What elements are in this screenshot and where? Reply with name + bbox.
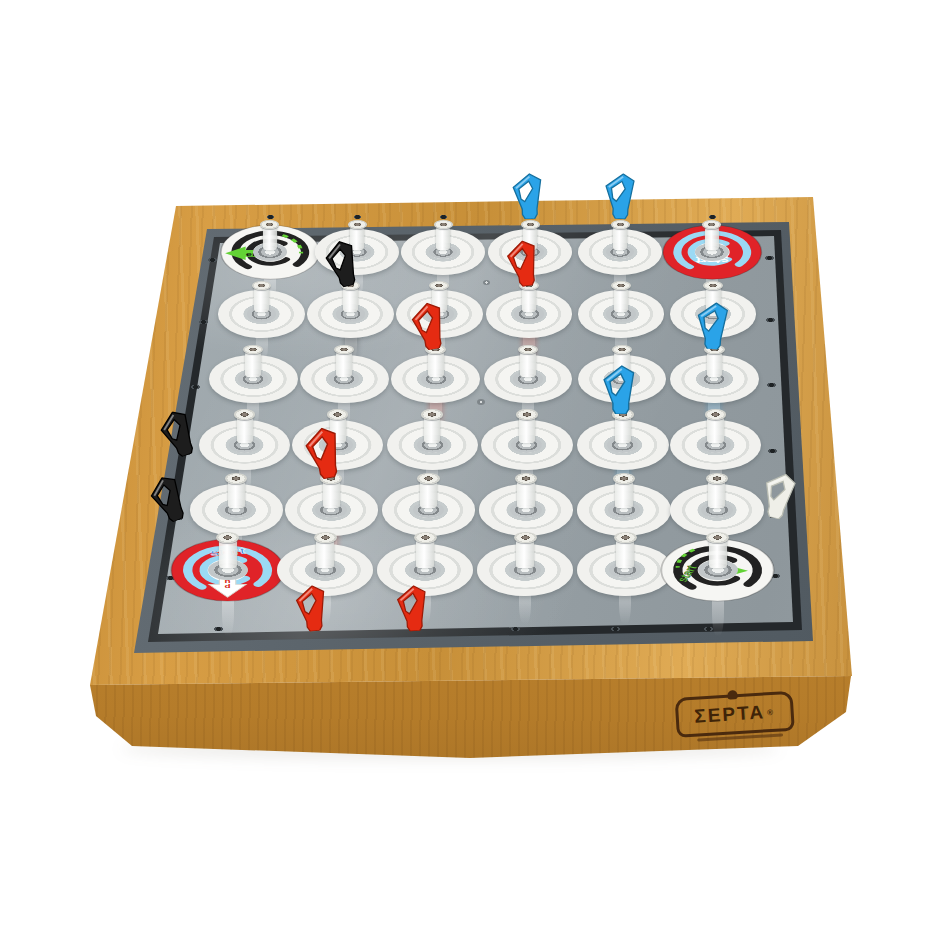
rim-hole-bottom-1[interactable] xyxy=(213,626,224,632)
rim-flag-red-bottom-3[interactable] xyxy=(396,584,432,632)
peg-r1c6[interactable] xyxy=(705,225,719,250)
rim-slots xyxy=(0,0,950,950)
corner-cell-top_left[interactable]: end xyxy=(219,224,321,280)
rotor-r2c1[interactable] xyxy=(218,290,304,338)
registered-mark: ® xyxy=(767,707,775,716)
rotor-r2c2[interactable] xyxy=(307,290,393,338)
peg-cap xyxy=(613,473,635,484)
board-game-photo: end start start e n d xyxy=(0,0,950,950)
peg-cap xyxy=(514,532,537,543)
flag-shape[interactable] xyxy=(696,301,734,351)
cover-screw xyxy=(483,280,490,285)
lamp-icon xyxy=(727,690,738,700)
rotor-r5c4[interactable] xyxy=(479,484,573,535)
corner-cell-bottom_right[interactable]: start xyxy=(659,538,776,602)
rotor-r3c2[interactable] xyxy=(300,355,389,404)
peg-cap xyxy=(429,281,449,290)
rim-flag-red-bottom-2[interactable] xyxy=(294,584,332,633)
rotor-r5c5[interactable] xyxy=(577,484,671,535)
flag-shape[interactable] xyxy=(155,406,203,461)
peg-cap xyxy=(703,281,723,290)
flag-shape[interactable] xyxy=(294,584,332,633)
brand-logo: ΣΕΡΤΑ® xyxy=(675,690,804,748)
rotor-r4c4[interactable] xyxy=(481,420,572,470)
peg-cap xyxy=(705,409,726,419)
rim-flag-blue-top-4[interactable] xyxy=(511,172,547,219)
peg-r1c1[interactable] xyxy=(263,225,277,250)
rim-hole-left-1[interactable] xyxy=(207,257,218,263)
peg-cap xyxy=(614,532,637,543)
rim-hole-right-4[interactable] xyxy=(767,448,778,454)
flag-red-r2c4[interactable] xyxy=(505,238,544,288)
brand-crest: ΣΕΡΤΑ® xyxy=(675,691,795,738)
rim-hole-right-2[interactable] xyxy=(765,317,776,323)
rotor-r3c3[interactable] xyxy=(391,355,480,404)
rotor-r5c2[interactable] xyxy=(285,484,379,535)
peg-cap xyxy=(516,409,537,419)
rim-flag-blue-top-5[interactable] xyxy=(603,172,639,220)
flag-shape[interactable] xyxy=(505,238,544,288)
flag-shape[interactable] xyxy=(603,172,639,220)
rim-flag-black-left-4[interactable] xyxy=(155,406,203,461)
rotor-r5c1[interactable] xyxy=(190,484,284,535)
flag-blue-r3c6[interactable] xyxy=(696,301,734,351)
rotor-r1c5[interactable] xyxy=(578,229,662,275)
brand-logo-text: ΣΕΡΤΑ xyxy=(694,701,766,727)
peg-cap xyxy=(611,220,630,229)
rim-hole-bottom-4[interactable] xyxy=(510,626,521,632)
rotor-r3c1[interactable] xyxy=(209,355,298,404)
rim-hole-bottom-6[interactable] xyxy=(703,626,714,632)
rotor-r4c6[interactable] xyxy=(670,420,761,470)
rotor-r4c1[interactable] xyxy=(199,420,290,470)
rotor-r1c3[interactable] xyxy=(401,229,485,275)
rim-hole-right-1[interactable] xyxy=(764,255,775,261)
peg-cap xyxy=(702,220,721,229)
rotor-r2c4[interactable] xyxy=(486,290,572,338)
svg-text:d: d xyxy=(225,583,231,589)
peg-cap xyxy=(521,220,540,229)
flag-shape[interactable] xyxy=(396,584,432,632)
peg-cap xyxy=(414,532,437,543)
rim-flag-black-left-5[interactable] xyxy=(145,471,194,526)
rotor-r6c4[interactable] xyxy=(477,544,573,597)
peg-r1c5[interactable] xyxy=(613,225,627,250)
flag-shape[interactable] xyxy=(757,469,801,522)
peg-cap xyxy=(225,473,247,484)
flag-shape[interactable] xyxy=(511,172,547,219)
rotor-r5c6[interactable] xyxy=(670,484,764,535)
peg-cap xyxy=(327,409,348,419)
rim-hole-bottom-5[interactable] xyxy=(610,626,621,632)
peg-cap xyxy=(611,281,631,290)
rotor-r3c4[interactable] xyxy=(484,355,573,404)
rotor-r3c6[interactable] xyxy=(670,355,759,404)
peg-r1c3[interactable] xyxy=(436,225,450,250)
corner-cell-bottom_left[interactable]: start e n d xyxy=(169,538,286,602)
rotor-r2c5[interactable] xyxy=(578,290,664,338)
rim-flag-white-right-5[interactable] xyxy=(757,469,801,522)
corner-cell-top_right[interactable]: start xyxy=(661,224,763,280)
rim-hole-left-2[interactable] xyxy=(198,319,209,325)
peg-cap xyxy=(314,532,337,543)
flag-shape[interactable] xyxy=(603,365,639,414)
peg-cap xyxy=(515,473,537,484)
peg-cap xyxy=(260,220,279,229)
peg-cap xyxy=(234,409,255,419)
peg-cap xyxy=(421,409,442,419)
peg-cap xyxy=(417,473,439,484)
rotor-r4c5[interactable] xyxy=(577,420,668,470)
flag-blue-r4c5[interactable] xyxy=(603,365,639,414)
peg-cap xyxy=(434,220,453,229)
rotor-r5c3[interactable] xyxy=(382,484,476,535)
rotor-r4c3[interactable] xyxy=(387,420,478,470)
rim-hole-left-3[interactable] xyxy=(190,384,201,390)
flag-shape[interactable] xyxy=(145,471,194,526)
rim-hole-right-3[interactable] xyxy=(766,382,777,388)
peg-cap xyxy=(348,220,367,229)
peg-cap xyxy=(706,473,728,484)
